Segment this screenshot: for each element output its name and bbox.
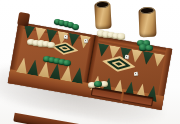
die-pip-icon bbox=[85, 40, 86, 41]
checker-green[interactable] bbox=[63, 60, 71, 67]
checker-green[interactable] bbox=[145, 45, 153, 51]
pieces-layer bbox=[0, 0, 180, 124]
checker-green[interactable] bbox=[71, 23, 79, 30]
checker-white[interactable] bbox=[117, 33, 125, 40]
die[interactable] bbox=[64, 35, 68, 39]
die-pip-icon bbox=[65, 36, 66, 37]
die-pip-icon bbox=[135, 73, 136, 74]
die[interactable] bbox=[125, 55, 129, 59]
die[interactable] bbox=[84, 39, 88, 43]
die-pip-icon bbox=[126, 56, 127, 57]
die[interactable] bbox=[134, 72, 138, 76]
backgammon-set-photo bbox=[0, 0, 180, 124]
checker-white[interactable] bbox=[47, 42, 55, 49]
checker-green[interactable] bbox=[94, 81, 102, 87]
